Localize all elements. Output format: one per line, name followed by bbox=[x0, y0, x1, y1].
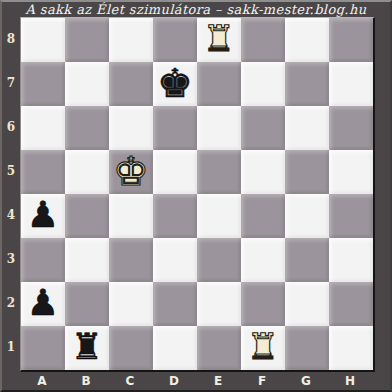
square-g1 bbox=[285, 326, 329, 370]
square-h6 bbox=[329, 106, 373, 150]
rank-label-5: 5 bbox=[2, 149, 20, 193]
white-rook: ♜ bbox=[203, 21, 235, 57]
square-h8 bbox=[329, 18, 373, 62]
square-e1 bbox=[197, 326, 241, 370]
file-label-d: D bbox=[152, 373, 196, 391]
square-e6 bbox=[197, 106, 241, 150]
rank-label-1: 1 bbox=[2, 325, 20, 369]
square-a2: ♟ bbox=[21, 282, 65, 326]
square-c2 bbox=[109, 282, 153, 326]
square-f3 bbox=[241, 238, 285, 282]
square-b4 bbox=[65, 194, 109, 238]
square-b3 bbox=[65, 238, 109, 282]
square-g8 bbox=[285, 18, 329, 62]
square-f1: ♜ bbox=[241, 326, 285, 370]
square-h2 bbox=[329, 282, 373, 326]
square-a3 bbox=[21, 238, 65, 282]
black-pawn: ♟ bbox=[27, 285, 59, 321]
rank-label-8: 8 bbox=[2, 17, 20, 61]
square-d6 bbox=[153, 106, 197, 150]
square-h4 bbox=[329, 194, 373, 238]
square-d3 bbox=[153, 238, 197, 282]
square-b6 bbox=[65, 106, 109, 150]
square-a6 bbox=[21, 106, 65, 150]
white-rook: ♜ bbox=[247, 329, 279, 365]
square-b7 bbox=[65, 62, 109, 106]
rank-label-6: 6 bbox=[2, 105, 20, 149]
square-d7: ♚ bbox=[153, 62, 197, 106]
square-e5 bbox=[197, 150, 241, 194]
square-d5 bbox=[153, 150, 197, 194]
file-label-b: B bbox=[64, 373, 108, 391]
square-b2 bbox=[65, 282, 109, 326]
square-d1 bbox=[153, 326, 197, 370]
square-a4: ♟ bbox=[21, 194, 65, 238]
square-e4 bbox=[197, 194, 241, 238]
square-d2 bbox=[153, 282, 197, 326]
rank-label-3: 3 bbox=[2, 237, 20, 281]
square-e8: ♜ bbox=[197, 18, 241, 62]
square-e7 bbox=[197, 62, 241, 106]
file-label-a: A bbox=[20, 373, 64, 391]
square-b1: ♜ bbox=[65, 326, 109, 370]
square-g4 bbox=[285, 194, 329, 238]
rank-label-2: 2 bbox=[2, 281, 20, 325]
square-a1 bbox=[21, 326, 65, 370]
square-f2 bbox=[241, 282, 285, 326]
file-label-e: E bbox=[196, 373, 240, 391]
rank-label-4: 4 bbox=[2, 193, 20, 237]
black-rook: ♜ bbox=[71, 329, 103, 365]
square-g6 bbox=[285, 106, 329, 150]
square-e3 bbox=[197, 238, 241, 282]
square-b5 bbox=[65, 150, 109, 194]
square-g7 bbox=[285, 62, 329, 106]
square-a5 bbox=[21, 150, 65, 194]
square-c1 bbox=[109, 326, 153, 370]
square-c4 bbox=[109, 194, 153, 238]
black-king: ♚ bbox=[157, 63, 193, 103]
chess-board: ♜♚♚♟♟♜♜ bbox=[20, 17, 375, 372]
square-b8 bbox=[65, 18, 109, 62]
square-f6 bbox=[241, 106, 285, 150]
diagram-frame: A sakk az Élet szimulátora – sakk-mester… bbox=[0, 0, 392, 392]
square-e2 bbox=[197, 282, 241, 326]
square-g2 bbox=[285, 282, 329, 326]
square-d8 bbox=[153, 18, 197, 62]
square-a7 bbox=[21, 62, 65, 106]
square-c6 bbox=[109, 106, 153, 150]
square-f8 bbox=[241, 18, 285, 62]
square-h1 bbox=[329, 326, 373, 370]
white-king: ♚ bbox=[113, 151, 149, 191]
square-g5 bbox=[285, 150, 329, 194]
square-c8 bbox=[109, 18, 153, 62]
square-a8 bbox=[21, 18, 65, 62]
square-g3 bbox=[285, 238, 329, 282]
square-h3 bbox=[329, 238, 373, 282]
square-c5: ♚ bbox=[109, 150, 153, 194]
square-f4 bbox=[241, 194, 285, 238]
square-f7 bbox=[241, 62, 285, 106]
file-label-c: C bbox=[108, 373, 152, 391]
page-title: A sakk az Élet szimulátora – sakk-mester… bbox=[2, 2, 390, 17]
file-label-f: F bbox=[240, 373, 284, 391]
square-d4 bbox=[153, 194, 197, 238]
file-coordinates: ABCDEFGH bbox=[20, 373, 372, 391]
rank-label-7: 7 bbox=[2, 61, 20, 105]
rank-coordinates: 87654321 bbox=[2, 17, 20, 369]
square-h7 bbox=[329, 62, 373, 106]
square-h5 bbox=[329, 150, 373, 194]
file-label-g: G bbox=[284, 373, 328, 391]
file-label-h: H bbox=[328, 373, 372, 391]
square-f5 bbox=[241, 150, 285, 194]
square-c7 bbox=[109, 62, 153, 106]
black-pawn: ♟ bbox=[27, 197, 59, 233]
square-c3 bbox=[109, 238, 153, 282]
